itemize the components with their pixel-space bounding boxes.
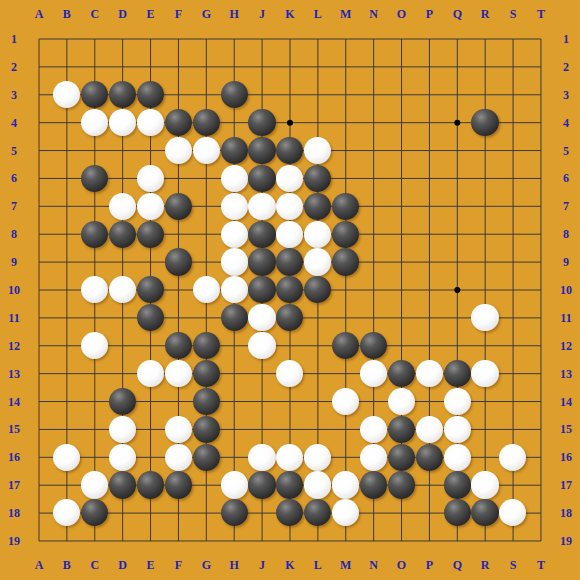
intersection-M10[interactable] — [332, 276, 360, 304]
intersection-E12[interactable] — [137, 332, 165, 360]
intersection-A11[interactable] — [25, 304, 53, 332]
intersection-O4[interactable] — [387, 109, 415, 137]
intersection-H18[interactable] — [220, 499, 248, 527]
intersection-O5[interactable] — [387, 137, 415, 165]
intersection-M2[interactable] — [332, 53, 360, 81]
intersection-D7[interactable] — [109, 192, 137, 220]
intersection-P1[interactable] — [415, 25, 443, 53]
intersection-K8[interactable] — [276, 220, 304, 248]
intersection-K14[interactable] — [276, 387, 304, 415]
intersection-B17[interactable] — [53, 471, 81, 499]
intersection-C9[interactable] — [81, 248, 109, 276]
intersection-P12[interactable] — [415, 332, 443, 360]
intersection-O3[interactable] — [387, 81, 415, 109]
intersection-L4[interactable] — [304, 109, 332, 137]
intersection-J16[interactable] — [248, 443, 276, 471]
intersection-R16[interactable] — [471, 443, 499, 471]
intersection-N12[interactable] — [360, 332, 388, 360]
intersection-F14[interactable] — [164, 387, 192, 415]
intersection-K4[interactable] — [276, 109, 304, 137]
intersection-Q11[interactable] — [443, 304, 471, 332]
intersection-P15[interactable] — [415, 415, 443, 443]
intersection-J6[interactable] — [248, 164, 276, 192]
intersection-O11[interactable] — [387, 304, 415, 332]
intersection-A6[interactable] — [25, 164, 53, 192]
intersection-F15[interactable] — [164, 415, 192, 443]
intersection-A13[interactable] — [25, 360, 53, 388]
intersection-O19[interactable] — [387, 527, 415, 555]
intersection-C15[interactable] — [81, 415, 109, 443]
intersection-E15[interactable] — [137, 415, 165, 443]
intersection-D6[interactable] — [109, 164, 137, 192]
intersection-E17[interactable] — [137, 471, 165, 499]
intersection-K15[interactable] — [276, 415, 304, 443]
intersection-Q10[interactable] — [443, 276, 471, 304]
intersection-A18[interactable] — [25, 499, 53, 527]
intersection-D9[interactable] — [109, 248, 137, 276]
intersection-D2[interactable] — [109, 53, 137, 81]
intersection-N10[interactable] — [360, 276, 388, 304]
intersection-F2[interactable] — [164, 53, 192, 81]
intersection-B13[interactable] — [53, 360, 81, 388]
intersection-S17[interactable] — [499, 471, 527, 499]
intersection-G9[interactable] — [192, 248, 220, 276]
intersection-R13[interactable] — [471, 360, 499, 388]
intersection-M18[interactable] — [332, 499, 360, 527]
intersection-Q4[interactable] — [443, 109, 471, 137]
intersection-C5[interactable] — [81, 137, 109, 165]
intersection-T3[interactable] — [527, 81, 555, 109]
intersection-F10[interactable] — [164, 276, 192, 304]
intersection-S3[interactable] — [499, 81, 527, 109]
intersection-M5[interactable] — [332, 137, 360, 165]
intersection-C10[interactable] — [81, 276, 109, 304]
intersection-C4[interactable] — [81, 109, 109, 137]
intersection-J13[interactable] — [248, 360, 276, 388]
intersection-N11[interactable] — [360, 304, 388, 332]
intersection-L15[interactable] — [304, 415, 332, 443]
intersection-L14[interactable] — [304, 387, 332, 415]
intersection-D10[interactable] — [109, 276, 137, 304]
intersection-M6[interactable] — [332, 164, 360, 192]
intersection-A15[interactable] — [25, 415, 53, 443]
intersection-T4[interactable] — [527, 109, 555, 137]
intersection-O13[interactable] — [387, 360, 415, 388]
intersection-N14[interactable] — [360, 387, 388, 415]
intersection-F18[interactable] — [164, 499, 192, 527]
intersection-R1[interactable] — [471, 25, 499, 53]
intersection-B18[interactable] — [53, 499, 81, 527]
intersection-Q5[interactable] — [443, 137, 471, 165]
intersection-A8[interactable] — [25, 220, 53, 248]
intersection-A3[interactable] — [25, 81, 53, 109]
intersection-T16[interactable] — [527, 443, 555, 471]
intersection-C12[interactable] — [81, 332, 109, 360]
intersection-E11[interactable] — [137, 304, 165, 332]
intersection-B8[interactable] — [53, 220, 81, 248]
intersection-P16[interactable] — [415, 443, 443, 471]
intersection-C6[interactable] — [81, 164, 109, 192]
intersection-E8[interactable] — [137, 220, 165, 248]
intersection-E7[interactable] — [137, 192, 165, 220]
intersection-P14[interactable] — [415, 387, 443, 415]
intersection-G10[interactable] — [192, 276, 220, 304]
intersection-L17[interactable] — [304, 471, 332, 499]
intersection-T14[interactable] — [527, 387, 555, 415]
intersection-G15[interactable] — [192, 415, 220, 443]
intersection-J5[interactable] — [248, 137, 276, 165]
intersection-D16[interactable] — [109, 443, 137, 471]
intersection-T2[interactable] — [527, 53, 555, 81]
intersection-D4[interactable] — [109, 109, 137, 137]
intersection-C8[interactable] — [81, 220, 109, 248]
intersection-G14[interactable] — [192, 387, 220, 415]
intersection-E5[interactable] — [137, 137, 165, 165]
intersection-N16[interactable] — [360, 443, 388, 471]
intersection-E16[interactable] — [137, 443, 165, 471]
intersection-E1[interactable] — [137, 25, 165, 53]
intersection-S8[interactable] — [499, 220, 527, 248]
intersection-O18[interactable] — [387, 499, 415, 527]
intersection-G19[interactable] — [192, 527, 220, 555]
intersection-Q16[interactable] — [443, 443, 471, 471]
intersection-L9[interactable] — [304, 248, 332, 276]
intersection-E19[interactable] — [137, 527, 165, 555]
intersection-T7[interactable] — [527, 192, 555, 220]
intersection-R17[interactable] — [471, 471, 499, 499]
intersection-F19[interactable] — [164, 527, 192, 555]
intersection-K3[interactable] — [276, 81, 304, 109]
intersection-M7[interactable] — [332, 192, 360, 220]
intersection-E18[interactable] — [137, 499, 165, 527]
intersection-R10[interactable] — [471, 276, 499, 304]
intersection-A19[interactable] — [25, 527, 53, 555]
intersection-G5[interactable] — [192, 137, 220, 165]
intersection-B2[interactable] — [53, 53, 81, 81]
intersection-C17[interactable] — [81, 471, 109, 499]
intersection-M14[interactable] — [332, 387, 360, 415]
intersection-C11[interactable] — [81, 304, 109, 332]
intersection-S6[interactable] — [499, 164, 527, 192]
intersection-K1[interactable] — [276, 25, 304, 53]
intersection-F3[interactable] — [164, 81, 192, 109]
intersection-G12[interactable] — [192, 332, 220, 360]
intersection-B10[interactable] — [53, 276, 81, 304]
intersection-P19[interactable] — [415, 527, 443, 555]
intersection-N18[interactable] — [360, 499, 388, 527]
intersection-K6[interactable] — [276, 164, 304, 192]
intersection-P4[interactable] — [415, 109, 443, 137]
intersection-M16[interactable] — [332, 443, 360, 471]
intersection-E9[interactable] — [137, 248, 165, 276]
intersection-K9[interactable] — [276, 248, 304, 276]
intersection-S18[interactable] — [499, 499, 527, 527]
intersection-P2[interactable] — [415, 53, 443, 81]
intersection-G7[interactable] — [192, 192, 220, 220]
intersection-N19[interactable] — [360, 527, 388, 555]
intersection-T10[interactable] — [527, 276, 555, 304]
intersection-Q12[interactable] — [443, 332, 471, 360]
intersection-F1[interactable] — [164, 25, 192, 53]
intersection-B15[interactable] — [53, 415, 81, 443]
intersection-J8[interactable] — [248, 220, 276, 248]
intersection-Q18[interactable] — [443, 499, 471, 527]
intersection-F11[interactable] — [164, 304, 192, 332]
intersection-T18[interactable] — [527, 499, 555, 527]
intersection-N8[interactable] — [360, 220, 388, 248]
intersection-M19[interactable] — [332, 527, 360, 555]
intersection-L10[interactable] — [304, 276, 332, 304]
intersection-N1[interactable] — [360, 25, 388, 53]
intersection-B5[interactable] — [53, 137, 81, 165]
intersection-H14[interactable] — [220, 387, 248, 415]
intersection-P5[interactable] — [415, 137, 443, 165]
intersection-R12[interactable] — [471, 332, 499, 360]
intersection-S19[interactable] — [499, 527, 527, 555]
intersection-O14[interactable] — [387, 387, 415, 415]
intersection-Q15[interactable] — [443, 415, 471, 443]
intersection-S4[interactable] — [499, 109, 527, 137]
intersection-L7[interactable] — [304, 192, 332, 220]
intersection-N17[interactable] — [360, 471, 388, 499]
intersection-C16[interactable] — [81, 443, 109, 471]
intersection-B3[interactable] — [53, 81, 81, 109]
intersection-J19[interactable] — [248, 527, 276, 555]
intersection-B6[interactable] — [53, 164, 81, 192]
intersection-L6[interactable] — [304, 164, 332, 192]
intersection-D18[interactable] — [109, 499, 137, 527]
intersection-M4[interactable] — [332, 109, 360, 137]
intersection-N7[interactable] — [360, 192, 388, 220]
intersection-T8[interactable] — [527, 220, 555, 248]
intersection-Q3[interactable] — [443, 81, 471, 109]
intersection-D17[interactable] — [109, 471, 137, 499]
intersection-A10[interactable] — [25, 276, 53, 304]
intersection-P10[interactable] — [415, 276, 443, 304]
intersection-R3[interactable] — [471, 81, 499, 109]
intersection-A16[interactable] — [25, 443, 53, 471]
intersection-N4[interactable] — [360, 109, 388, 137]
intersection-D15[interactable] — [109, 415, 137, 443]
intersection-B4[interactable] — [53, 109, 81, 137]
intersection-N2[interactable] — [360, 53, 388, 81]
intersection-N15[interactable] — [360, 415, 388, 443]
intersection-N3[interactable] — [360, 81, 388, 109]
intersection-J1[interactable] — [248, 25, 276, 53]
intersection-K19[interactable] — [276, 527, 304, 555]
intersection-P8[interactable] — [415, 220, 443, 248]
intersection-Q7[interactable] — [443, 192, 471, 220]
intersection-B16[interactable] — [53, 443, 81, 471]
intersection-T6[interactable] — [527, 164, 555, 192]
intersection-C3[interactable] — [81, 81, 109, 109]
intersection-N6[interactable] — [360, 164, 388, 192]
intersection-O8[interactable] — [387, 220, 415, 248]
intersection-R19[interactable] — [471, 527, 499, 555]
intersection-B14[interactable] — [53, 387, 81, 415]
intersection-S2[interactable] — [499, 53, 527, 81]
intersection-D5[interactable] — [109, 137, 137, 165]
intersection-E2[interactable] — [137, 53, 165, 81]
intersection-J7[interactable] — [248, 192, 276, 220]
intersection-H13[interactable] — [220, 360, 248, 388]
intersection-L16[interactable] — [304, 443, 332, 471]
intersection-S15[interactable] — [499, 415, 527, 443]
intersection-A12[interactable] — [25, 332, 53, 360]
intersection-D1[interactable] — [109, 25, 137, 53]
intersection-C1[interactable] — [81, 25, 109, 53]
intersection-R18[interactable] — [471, 499, 499, 527]
intersection-O2[interactable] — [387, 53, 415, 81]
intersection-D12[interactable] — [109, 332, 137, 360]
intersection-K17[interactable] — [276, 471, 304, 499]
intersection-C19[interactable] — [81, 527, 109, 555]
intersection-H7[interactable] — [220, 192, 248, 220]
intersection-P9[interactable] — [415, 248, 443, 276]
intersection-L11[interactable] — [304, 304, 332, 332]
intersection-F6[interactable] — [164, 164, 192, 192]
intersection-P11[interactable] — [415, 304, 443, 332]
intersection-E4[interactable] — [137, 109, 165, 137]
intersection-D19[interactable] — [109, 527, 137, 555]
intersection-N9[interactable] — [360, 248, 388, 276]
intersection-G17[interactable] — [192, 471, 220, 499]
intersection-O17[interactable] — [387, 471, 415, 499]
intersection-O6[interactable] — [387, 164, 415, 192]
intersection-H19[interactable] — [220, 527, 248, 555]
intersection-G6[interactable] — [192, 164, 220, 192]
intersection-T12[interactable] — [527, 332, 555, 360]
intersection-P18[interactable] — [415, 499, 443, 527]
intersection-O10[interactable] — [387, 276, 415, 304]
intersection-L5[interactable] — [304, 137, 332, 165]
intersection-J2[interactable] — [248, 53, 276, 81]
intersection-M9[interactable] — [332, 248, 360, 276]
intersection-P7[interactable] — [415, 192, 443, 220]
intersection-R9[interactable] — [471, 248, 499, 276]
intersection-J14[interactable] — [248, 387, 276, 415]
intersection-E13[interactable] — [137, 360, 165, 388]
intersection-T9[interactable] — [527, 248, 555, 276]
intersection-R8[interactable] — [471, 220, 499, 248]
intersection-L1[interactable] — [304, 25, 332, 53]
intersection-N5[interactable] — [360, 137, 388, 165]
intersection-H5[interactable] — [220, 137, 248, 165]
intersection-T19[interactable] — [527, 527, 555, 555]
intersection-L13[interactable] — [304, 360, 332, 388]
intersection-N13[interactable] — [360, 360, 388, 388]
intersection-E14[interactable] — [137, 387, 165, 415]
intersection-O12[interactable] — [387, 332, 415, 360]
intersection-H4[interactable] — [220, 109, 248, 137]
intersection-Q19[interactable] — [443, 527, 471, 555]
intersection-H6[interactable] — [220, 164, 248, 192]
intersection-M15[interactable] — [332, 415, 360, 443]
intersection-S14[interactable] — [499, 387, 527, 415]
intersection-T11[interactable] — [527, 304, 555, 332]
intersection-P13[interactable] — [415, 360, 443, 388]
intersection-P6[interactable] — [415, 164, 443, 192]
intersection-L19[interactable] — [304, 527, 332, 555]
intersection-Q9[interactable] — [443, 248, 471, 276]
intersection-O1[interactable] — [387, 25, 415, 53]
intersection-T5[interactable] — [527, 137, 555, 165]
intersection-A4[interactable] — [25, 109, 53, 137]
intersection-F5[interactable] — [164, 137, 192, 165]
intersection-A5[interactable] — [25, 137, 53, 165]
intersection-J3[interactable] — [248, 81, 276, 109]
intersection-K7[interactable] — [276, 192, 304, 220]
intersection-M8[interactable] — [332, 220, 360, 248]
intersection-J15[interactable] — [248, 415, 276, 443]
intersection-M13[interactable] — [332, 360, 360, 388]
intersection-O15[interactable] — [387, 415, 415, 443]
intersection-H2[interactable] — [220, 53, 248, 81]
intersection-G16[interactable] — [192, 443, 220, 471]
intersection-F16[interactable] — [164, 443, 192, 471]
intersection-D11[interactable] — [109, 304, 137, 332]
intersection-C18[interactable] — [81, 499, 109, 527]
intersection-G3[interactable] — [192, 81, 220, 109]
intersection-D3[interactable] — [109, 81, 137, 109]
intersection-H10[interactable] — [220, 276, 248, 304]
intersection-S9[interactable] — [499, 248, 527, 276]
intersection-P3[interactable] — [415, 81, 443, 109]
intersection-G8[interactable] — [192, 220, 220, 248]
intersection-R11[interactable] — [471, 304, 499, 332]
intersection-C7[interactable] — [81, 192, 109, 220]
intersection-G13[interactable] — [192, 360, 220, 388]
intersection-D14[interactable] — [109, 387, 137, 415]
intersection-H16[interactable] — [220, 443, 248, 471]
intersection-F9[interactable] — [164, 248, 192, 276]
intersection-Q14[interactable] — [443, 387, 471, 415]
intersection-H17[interactable] — [220, 471, 248, 499]
intersection-Q1[interactable] — [443, 25, 471, 53]
intersection-S12[interactable] — [499, 332, 527, 360]
intersection-B1[interactable] — [53, 25, 81, 53]
intersection-Q2[interactable] — [443, 53, 471, 81]
intersection-Q8[interactable] — [443, 220, 471, 248]
intersection-C13[interactable] — [81, 360, 109, 388]
intersection-R14[interactable] — [471, 387, 499, 415]
intersection-G1[interactable] — [192, 25, 220, 53]
intersection-H15[interactable] — [220, 415, 248, 443]
intersection-J4[interactable] — [248, 109, 276, 137]
intersection-H3[interactable] — [220, 81, 248, 109]
intersection-R5[interactable] — [471, 137, 499, 165]
intersection-M12[interactable] — [332, 332, 360, 360]
intersection-B12[interactable] — [53, 332, 81, 360]
intersection-L8[interactable] — [304, 220, 332, 248]
intersection-L2[interactable] — [304, 53, 332, 81]
intersection-A7[interactable] — [25, 192, 53, 220]
intersection-L3[interactable] — [304, 81, 332, 109]
intersection-R15[interactable] — [471, 415, 499, 443]
intersection-A14[interactable] — [25, 387, 53, 415]
intersection-F7[interactable] — [164, 192, 192, 220]
intersection-B19[interactable] — [53, 527, 81, 555]
intersection-H1[interactable] — [220, 25, 248, 53]
intersection-T1[interactable] — [527, 25, 555, 53]
intersection-H8[interactable] — [220, 220, 248, 248]
intersection-G18[interactable] — [192, 499, 220, 527]
intersection-M1[interactable] — [332, 25, 360, 53]
intersection-Q17[interactable] — [443, 471, 471, 499]
intersection-J11[interactable] — [248, 304, 276, 332]
intersection-G2[interactable] — [192, 53, 220, 81]
intersection-A1[interactable] — [25, 25, 53, 53]
